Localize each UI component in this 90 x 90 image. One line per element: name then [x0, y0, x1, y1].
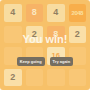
keep-going-button[interactable]: Keep going [17, 57, 45, 66]
try-again-button[interactable]: Try again [50, 57, 74, 66]
win-overlay: You win! Keep going Try again [0, 0, 90, 90]
win-message: You win! [0, 33, 90, 45]
overlay-buttons: Keep going Try again [0, 57, 90, 66]
